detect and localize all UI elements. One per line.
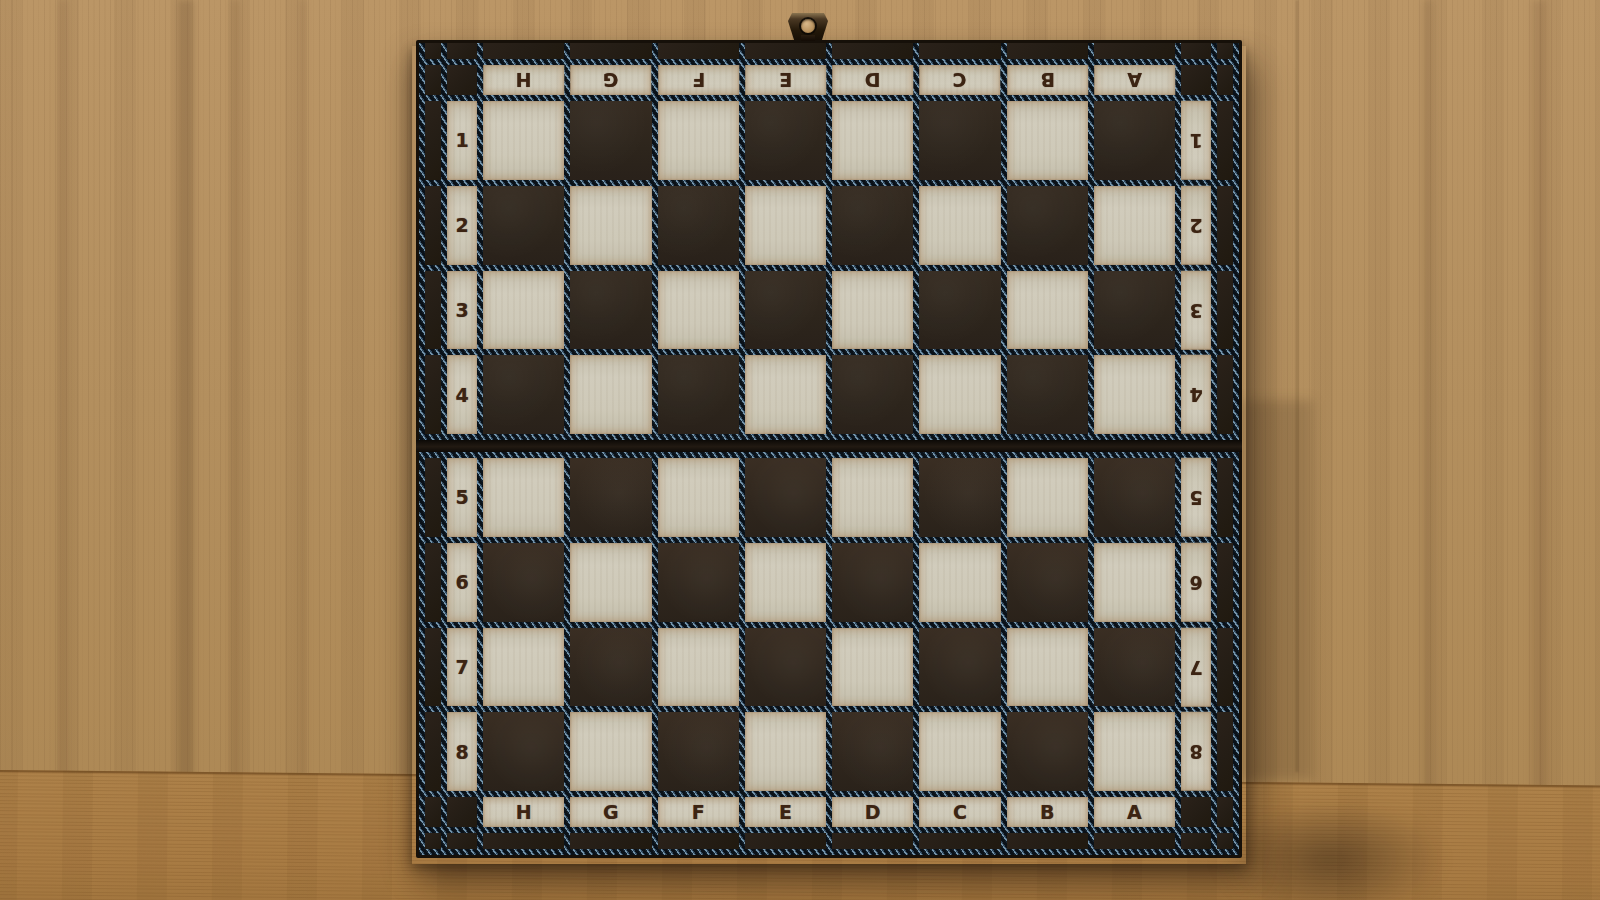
board-hinge-seam [416, 440, 1242, 452]
square-c3[interactable] [919, 271, 1000, 350]
square-a4[interactable] [1094, 355, 1175, 434]
frame-cell [832, 43, 913, 59]
file-label-bottom-e: E [745, 797, 826, 827]
square-h6[interactable] [483, 543, 564, 622]
file-label-top-a: A [1094, 65, 1175, 95]
rank-label-left-8: 8 [447, 712, 477, 791]
file-label-bottom-b: B [1007, 797, 1088, 827]
rank-label-left-5: 5 [447, 458, 477, 537]
wood-streak [300, 0, 305, 900]
frame-cell [1217, 186, 1233, 265]
square-a3[interactable] [1094, 271, 1175, 350]
square-e1[interactable] [745, 101, 826, 180]
file-label-top-c: C [919, 65, 1000, 95]
frame-cell [570, 43, 651, 59]
file-label-bottom-h: H [483, 797, 564, 827]
frame-cell [447, 43, 477, 59]
frame-cell [483, 833, 564, 849]
frame-cell [919, 833, 1000, 849]
square-c2[interactable] [919, 186, 1000, 265]
clasp-neck [801, 35, 815, 41]
frame-cell [447, 797, 477, 827]
rank-label-right-5: 5 [1181, 458, 1211, 537]
wood-streak [1422, 0, 1434, 900]
square-h3[interactable] [483, 271, 564, 350]
frame-cell [425, 833, 441, 849]
square-h5[interactable] [483, 458, 564, 537]
square-h1[interactable] [483, 101, 564, 180]
square-d1[interactable] [832, 101, 913, 180]
square-b2[interactable] [1007, 186, 1088, 265]
rank-label-left-1: 1 [447, 101, 477, 180]
frame-cell [1217, 458, 1233, 537]
frame-cell [425, 65, 441, 95]
square-f6[interactable] [658, 543, 739, 622]
frame-cell [1181, 65, 1211, 95]
board-grid: HGFEDCBA1122334455667788HGFEDCBA [419, 43, 1239, 855]
rank-label-right-8: 8 [1181, 712, 1211, 791]
rank-label-left-6: 6 [447, 543, 477, 622]
frame-cell [425, 797, 441, 827]
square-g4[interactable] [570, 355, 651, 434]
frame-cell [425, 186, 441, 265]
file-label-bottom-g: G [570, 797, 651, 827]
frame-cell [1217, 355, 1233, 434]
square-d2[interactable] [832, 186, 913, 265]
frame-cell [570, 833, 651, 849]
wood-streak [58, 0, 68, 900]
square-f5[interactable] [658, 458, 739, 537]
square-b3[interactable] [1007, 271, 1088, 350]
square-g5[interactable] [570, 458, 651, 537]
frame-cell [1181, 797, 1211, 827]
square-c6[interactable] [919, 543, 1000, 622]
frame-cell [425, 458, 441, 537]
square-f7[interactable] [658, 628, 739, 707]
square-b1[interactable] [1007, 101, 1088, 180]
file-label-bottom-d: D [832, 797, 913, 827]
square-c8[interactable] [919, 712, 1000, 791]
frame-cell [1094, 833, 1175, 849]
frame-cell [1007, 833, 1088, 849]
frame-cell [745, 833, 826, 849]
frame-cell [447, 65, 477, 95]
square-h2[interactable] [483, 186, 564, 265]
square-f3[interactable] [658, 271, 739, 350]
square-g7[interactable] [570, 628, 651, 707]
wood-streak [1532, 0, 1546, 900]
rank-label-right-1: 1 [1181, 101, 1211, 180]
rank-label-left-4: 4 [447, 355, 477, 434]
square-c1[interactable] [919, 101, 1000, 180]
frame-cell [1181, 43, 1211, 59]
square-f4[interactable] [658, 355, 739, 434]
square-b5[interactable] [1007, 458, 1088, 537]
square-a6[interactable] [1094, 543, 1175, 622]
square-d4[interactable] [832, 355, 913, 434]
frame-cell [425, 101, 441, 180]
rank-label-right-3: 3 [1181, 271, 1211, 350]
wood-streak [232, 0, 239, 900]
square-e5[interactable] [745, 458, 826, 537]
clasp-hole-icon [801, 19, 815, 33]
file-label-bottom-c: C [919, 797, 1000, 827]
square-f1[interactable] [658, 101, 739, 180]
rank-label-right-4: 4 [1181, 355, 1211, 434]
frame-cell [1217, 271, 1233, 350]
wood-streak [178, 0, 194, 900]
frame-cell [425, 712, 441, 791]
rank-label-left-7: 7 [447, 628, 477, 707]
frame-cell [483, 43, 564, 59]
rank-label-left-2: 2 [447, 186, 477, 265]
square-e8[interactable] [745, 712, 826, 791]
frame-cell [1217, 543, 1233, 622]
square-e3[interactable] [745, 271, 826, 350]
rank-label-right-7: 7 [1181, 628, 1211, 707]
frame-cell [1007, 43, 1088, 59]
square-h4[interactable] [483, 355, 564, 434]
frame-cell [425, 628, 441, 707]
frame-cell [1217, 43, 1233, 59]
rank-label-right-2: 2 [1181, 186, 1211, 265]
square-d7[interactable] [832, 628, 913, 707]
file-label-bottom-f: F [658, 797, 739, 827]
square-f8[interactable] [658, 712, 739, 791]
square-c5[interactable] [919, 458, 1000, 537]
square-a2[interactable] [1094, 186, 1175, 265]
photo-scene: HGFEDCBA1122334455667788HGFEDCBA [0, 0, 1600, 900]
square-h8[interactable] [483, 712, 564, 791]
frame-cell [1094, 43, 1175, 59]
square-f2[interactable] [658, 186, 739, 265]
frame-cell [1181, 833, 1211, 849]
file-label-top-f: F [658, 65, 739, 95]
square-d8[interactable] [832, 712, 913, 791]
square-g1[interactable] [570, 101, 651, 180]
frame-cell [425, 355, 441, 434]
square-e4[interactable] [745, 355, 826, 434]
square-a1[interactable] [1094, 101, 1175, 180]
frame-cell [919, 43, 1000, 59]
square-b6[interactable] [1007, 543, 1088, 622]
square-d6[interactable] [832, 543, 913, 622]
chess-board: HGFEDCBA1122334455667788HGFEDCBA [416, 40, 1242, 858]
square-c7[interactable] [919, 628, 1000, 707]
square-a7[interactable] [1094, 628, 1175, 707]
rank-label-right-6: 6 [1181, 543, 1211, 622]
square-d3[interactable] [832, 271, 913, 350]
file-label-top-e: E [745, 65, 826, 95]
frame-cell [1217, 65, 1233, 95]
square-b7[interactable] [1007, 628, 1088, 707]
frame-cell [425, 43, 441, 59]
file-label-top-h: H [483, 65, 564, 95]
frame-cell [1217, 797, 1233, 827]
file-label-top-b: B [1007, 65, 1088, 95]
square-g6[interactable] [570, 543, 651, 622]
frame-cell [447, 833, 477, 849]
square-d5[interactable] [832, 458, 913, 537]
square-a5[interactable] [1094, 458, 1175, 537]
frame-cell [658, 43, 739, 59]
table-plank-shade [1243, 400, 1313, 780]
frame-cell [832, 833, 913, 849]
frame-cell [425, 271, 441, 350]
square-g3[interactable] [570, 271, 651, 350]
square-e6[interactable] [745, 543, 826, 622]
frame-cell [1217, 628, 1233, 707]
file-label-bottom-a: A [1094, 797, 1175, 827]
frame-cell [425, 543, 441, 622]
square-c4[interactable] [919, 355, 1000, 434]
file-label-top-d: D [832, 65, 913, 95]
frame-cell [1217, 101, 1233, 180]
frame-cell [1217, 712, 1233, 791]
rank-label-left-3: 3 [447, 271, 477, 350]
square-e2[interactable] [745, 186, 826, 265]
board-corner-shadow [1215, 800, 1445, 900]
square-g8[interactable] [570, 712, 651, 791]
file-label-top-g: G [570, 65, 651, 95]
frame-cell [1217, 833, 1233, 849]
square-h7[interactable] [483, 628, 564, 707]
square-b4[interactable] [1007, 355, 1088, 434]
square-a8[interactable] [1094, 712, 1175, 791]
frame-cell [658, 833, 739, 849]
square-b8[interactable] [1007, 712, 1088, 791]
frame-cell [745, 43, 826, 59]
square-g2[interactable] [570, 186, 651, 265]
square-e7[interactable] [745, 628, 826, 707]
